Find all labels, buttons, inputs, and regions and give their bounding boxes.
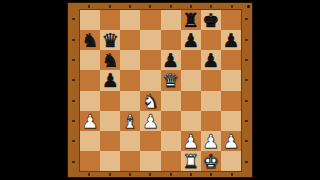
square-e3[interactable] [161,111,181,131]
rank-tick [244,50,248,70]
rank-tick [244,9,248,29]
square-f6[interactable] [181,50,201,70]
rank-ticks-right [244,9,248,172]
square-e7[interactable] [161,30,181,50]
white-king-icon: ♚ [202,151,219,171]
file-tick [120,172,140,176]
rank-tick [71,50,75,70]
square-h4[interactable] [221,91,241,111]
rank-ticks-left [71,9,75,172]
square-c6[interactable] [120,50,140,70]
square-c1[interactable] [120,151,140,171]
square-b1[interactable] [100,151,120,171]
square-d7[interactable] [140,30,160,50]
black-pawn-icon: ♟ [102,70,119,90]
square-b5[interactable]: ♟ [100,70,120,90]
file-ticks-top [79,4,242,8]
white-pawn-icon: ♟ [82,111,99,131]
rank-tick [71,131,75,151]
square-c3[interactable]: ♝ [120,111,140,131]
square-b3[interactable] [100,111,120,131]
square-c5[interactable] [120,70,140,90]
file-tick [161,172,181,176]
square-h6[interactable] [221,50,241,70]
file-tick [181,4,201,8]
square-c8[interactable] [120,10,140,30]
square-f1[interactable]: ♜ [181,151,201,171]
white-pawn-icon: ♟ [142,111,159,131]
rank-tick [244,111,248,131]
rank-tick [71,29,75,49]
file-tick [79,172,99,176]
square-d1[interactable] [140,151,160,171]
square-a7[interactable]: ♞ [80,30,100,50]
square-f7[interactable]: ♟ [181,30,201,50]
square-a2[interactable] [80,131,100,151]
square-c2[interactable] [120,131,140,151]
chess-board: ♜♚♞♛♟♟♞♟♟♟♛♞♟♝♟♟♟♟♜♚ [79,9,242,172]
square-g1[interactable]: ♚ [201,151,221,171]
white-rook-icon: ♜ [182,151,199,171]
square-d4[interactable]: ♞ [140,91,160,111]
square-a3[interactable]: ♟ [80,111,100,131]
rank-tick [244,152,248,172]
square-f8[interactable]: ♜ [181,10,201,30]
square-g2[interactable]: ♟ [201,131,221,151]
square-a8[interactable] [80,10,100,30]
square-b2[interactable] [100,131,120,151]
turn-indicator-dot [247,5,250,8]
rank-tick [71,9,75,29]
file-tick [222,172,242,176]
rank-tick [71,70,75,90]
black-pawn-icon: ♟ [222,30,239,50]
file-tick [140,172,160,176]
square-f4[interactable] [181,91,201,111]
square-g5[interactable] [201,70,221,90]
square-h2[interactable]: ♟ [221,131,241,151]
square-d3[interactable]: ♟ [140,111,160,131]
square-g8[interactable]: ♚ [201,10,221,30]
square-h5[interactable] [221,70,241,90]
black-knight-icon: ♞ [82,30,99,50]
square-d6[interactable] [140,50,160,70]
rank-tick [71,152,75,172]
white-pawn-icon: ♟ [182,131,199,151]
black-pawn-icon: ♟ [202,50,219,70]
rank-tick [244,29,248,49]
square-g6[interactable]: ♟ [201,50,221,70]
black-pawn-icon: ♟ [182,30,199,50]
square-d8[interactable] [140,10,160,30]
white-knight-icon: ♞ [142,91,159,111]
file-tick [161,4,181,8]
file-tick [201,172,221,176]
black-queen-icon: ♛ [102,30,119,50]
square-b6[interactable]: ♞ [100,50,120,70]
square-a4[interactable] [80,91,100,111]
square-g7[interactable] [201,30,221,50]
black-pawn-icon: ♟ [162,50,179,70]
square-h7[interactable]: ♟ [221,30,241,50]
chess-board-frame: ♜♚♞♛♟♟♞♟♟♟♛♞♟♝♟♟♟♟♜♚ [67,2,253,178]
file-tick [181,172,201,176]
square-f5[interactable] [181,70,201,90]
rank-tick [71,91,75,111]
rank-tick [71,111,75,131]
file-tick [99,172,119,176]
square-b4[interactable] [100,91,120,111]
file-ticks-bottom [79,172,242,176]
file-tick [99,4,119,8]
screenshot-stage: ♜♚♞♛♟♟♞♟♟♟♛♞♟♝♟♟♟♟♜♚ [0,0,320,180]
rank-tick [244,131,248,151]
file-tick [79,4,99,8]
white-pawn-icon: ♟ [222,131,239,151]
square-f3[interactable] [181,111,201,131]
white-bishop-icon: ♝ [122,111,139,131]
square-b7[interactable]: ♛ [100,30,120,50]
black-king-icon: ♚ [202,10,219,30]
square-h8[interactable] [221,10,241,30]
square-d5[interactable] [140,70,160,90]
square-e5[interactable]: ♛ [161,70,181,90]
square-e8[interactable] [161,10,181,30]
square-h1[interactable] [221,151,241,171]
white-queen-icon: ♛ [162,70,179,90]
square-c7[interactable] [120,30,140,50]
square-a6[interactable] [80,50,100,70]
square-e4[interactable] [161,91,181,111]
square-h3[interactable] [221,111,241,131]
file-tick [201,4,221,8]
black-rook-icon: ♜ [182,10,199,30]
square-f2[interactable]: ♟ [181,131,201,151]
square-e1[interactable] [161,151,181,171]
black-knight-icon: ♞ [102,50,119,70]
square-c4[interactable] [120,91,140,111]
square-a1[interactable] [80,151,100,171]
file-tick [222,4,242,8]
rank-tick [244,70,248,90]
square-b8[interactable] [100,10,120,30]
square-e2[interactable] [161,131,181,151]
square-a5[interactable] [80,70,100,90]
rank-tick [244,91,248,111]
white-pawn-icon: ♟ [202,131,219,151]
file-tick [120,4,140,8]
square-d2[interactable] [140,131,160,151]
square-g4[interactable] [201,91,221,111]
square-e6[interactable]: ♟ [161,50,181,70]
file-tick [140,4,160,8]
square-g3[interactable] [201,111,221,131]
